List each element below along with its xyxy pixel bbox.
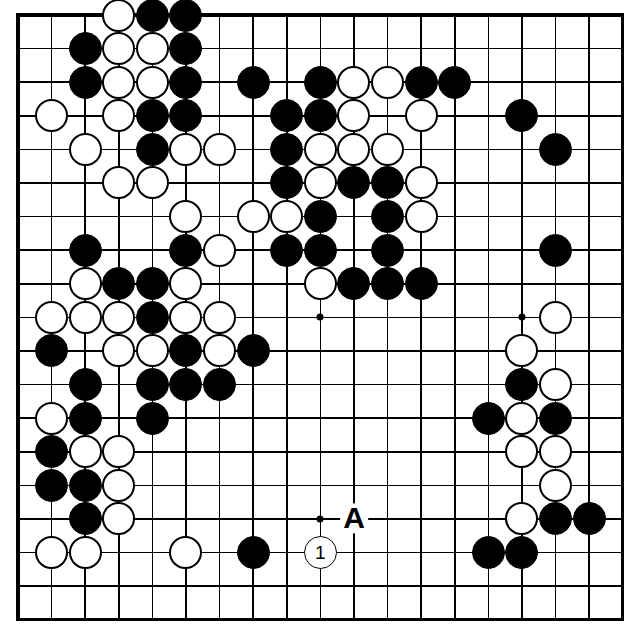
empty-intersection[interactable] bbox=[438, 469, 472, 503]
empty-intersection[interactable] bbox=[606, 368, 640, 402]
intersection[interactable] bbox=[270, 200, 304, 234]
empty-intersection[interactable] bbox=[136, 603, 170, 637]
empty-intersection[interactable] bbox=[1, 133, 35, 167]
white-stone[interactable] bbox=[169, 536, 202, 569]
black-stone[interactable] bbox=[505, 368, 538, 401]
empty-intersection[interactable] bbox=[606, 233, 640, 267]
empty-intersection[interactable] bbox=[572, 334, 606, 368]
empty-intersection[interactable] bbox=[371, 32, 405, 66]
intersection[interactable] bbox=[505, 435, 539, 469]
empty-intersection[interactable] bbox=[404, 603, 438, 637]
empty-intersection[interactable] bbox=[438, 0, 472, 32]
intersection[interactable] bbox=[203, 301, 237, 335]
white-stone[interactable] bbox=[35, 402, 68, 435]
black-stone[interactable] bbox=[136, 267, 169, 300]
white-stone[interactable] bbox=[102, 0, 135, 32]
intersection[interactable] bbox=[102, 469, 136, 503]
empty-intersection[interactable] bbox=[572, 233, 606, 267]
black-stone[interactable] bbox=[539, 402, 572, 435]
empty-intersection[interactable] bbox=[572, 435, 606, 469]
empty-intersection[interactable] bbox=[1, 502, 35, 536]
empty-intersection[interactable] bbox=[472, 469, 506, 503]
empty-intersection[interactable] bbox=[270, 401, 304, 435]
intersection[interactable] bbox=[136, 65, 170, 99]
black-stone[interactable] bbox=[237, 66, 270, 99]
empty-intersection[interactable] bbox=[505, 32, 539, 66]
intersection[interactable] bbox=[136, 133, 170, 167]
intersection[interactable] bbox=[169, 133, 203, 167]
empty-intersection[interactable] bbox=[472, 435, 506, 469]
white-stone[interactable] bbox=[337, 66, 370, 99]
white-stone[interactable] bbox=[102, 99, 135, 132]
empty-intersection[interactable] bbox=[404, 32, 438, 66]
black-stone[interactable] bbox=[304, 99, 337, 132]
empty-intersection[interactable] bbox=[1, 536, 35, 570]
empty-intersection[interactable] bbox=[505, 166, 539, 200]
empty-intersection[interactable] bbox=[472, 133, 506, 167]
intersection[interactable] bbox=[304, 166, 338, 200]
white-stone[interactable] bbox=[304, 267, 337, 300]
empty-intersection[interactable] bbox=[371, 99, 405, 133]
empty-intersection[interactable] bbox=[68, 200, 102, 234]
empty-intersection[interactable] bbox=[270, 368, 304, 402]
intersection[interactable] bbox=[304, 200, 338, 234]
empty-intersection[interactable] bbox=[35, 267, 69, 301]
empty-intersection[interactable] bbox=[438, 603, 472, 637]
empty-intersection[interactable] bbox=[371, 301, 405, 335]
empty-intersection[interactable] bbox=[236, 502, 270, 536]
empty-intersection[interactable] bbox=[572, 267, 606, 301]
intersection[interactable] bbox=[68, 536, 102, 570]
empty-intersection[interactable] bbox=[438, 569, 472, 603]
empty-intersection[interactable] bbox=[438, 200, 472, 234]
empty-intersection[interactable] bbox=[572, 569, 606, 603]
empty-intersection[interactable] bbox=[236, 32, 270, 66]
intersection[interactable] bbox=[236, 536, 270, 570]
black-stone[interactable] bbox=[270, 133, 303, 166]
empty-intersection[interactable] bbox=[270, 469, 304, 503]
empty-intersection[interactable] bbox=[572, 99, 606, 133]
empty-intersection[interactable] bbox=[236, 99, 270, 133]
intersection[interactable] bbox=[404, 200, 438, 234]
black-stone[interactable] bbox=[270, 234, 303, 267]
white-stone[interactable] bbox=[69, 301, 102, 334]
empty-intersection[interactable] bbox=[606, 133, 640, 167]
empty-intersection[interactable] bbox=[404, 469, 438, 503]
empty-intersection[interactable] bbox=[438, 435, 472, 469]
intersection[interactable] bbox=[68, 368, 102, 402]
empty-intersection[interactable] bbox=[169, 569, 203, 603]
empty-intersection[interactable] bbox=[203, 435, 237, 469]
empty-intersection[interactable] bbox=[505, 0, 539, 32]
empty-intersection[interactable] bbox=[572, 133, 606, 167]
empty-intersection[interactable] bbox=[404, 401, 438, 435]
empty-intersection[interactable] bbox=[337, 469, 371, 503]
empty-intersection[interactable] bbox=[572, 65, 606, 99]
empty-intersection[interactable] bbox=[606, 603, 640, 637]
intersection[interactable] bbox=[169, 99, 203, 133]
intersection[interactable] bbox=[136, 0, 170, 32]
intersection[interactable] bbox=[337, 267, 371, 301]
empty-intersection[interactable] bbox=[606, 65, 640, 99]
intersection[interactable] bbox=[270, 233, 304, 267]
empty-intersection[interactable] bbox=[270, 267, 304, 301]
empty-intersection[interactable] bbox=[472, 65, 506, 99]
black-stone[interactable] bbox=[69, 66, 102, 99]
empty-intersection[interactable] bbox=[136, 200, 170, 234]
intersection[interactable] bbox=[371, 65, 405, 99]
black-stone[interactable] bbox=[169, 0, 202, 32]
black-stone[interactable] bbox=[304, 200, 337, 233]
empty-intersection[interactable] bbox=[472, 569, 506, 603]
empty-intersection[interactable] bbox=[304, 603, 338, 637]
intersection[interactable] bbox=[404, 166, 438, 200]
white-stone[interactable] bbox=[35, 99, 68, 132]
intersection[interactable] bbox=[505, 334, 539, 368]
empty-intersection[interactable] bbox=[1, 233, 35, 267]
empty-intersection[interactable] bbox=[270, 502, 304, 536]
intersection[interactable] bbox=[169, 301, 203, 335]
empty-intersection[interactable] bbox=[438, 267, 472, 301]
intersection[interactable] bbox=[169, 334, 203, 368]
empty-intersection[interactable] bbox=[236, 435, 270, 469]
empty-intersection[interactable] bbox=[102, 233, 136, 267]
black-stone[interactable] bbox=[270, 166, 303, 199]
empty-intersection[interactable] bbox=[203, 569, 237, 603]
empty-intersection[interactable] bbox=[472, 0, 506, 32]
intersection[interactable] bbox=[539, 502, 573, 536]
empty-intersection[interactable] bbox=[572, 200, 606, 234]
empty-intersection[interactable] bbox=[606, 401, 640, 435]
intersection[interactable] bbox=[35, 469, 69, 503]
white-stone[interactable] bbox=[169, 200, 202, 233]
intersection[interactable] bbox=[102, 435, 136, 469]
empty-intersection[interactable] bbox=[438, 133, 472, 167]
black-stone[interactable] bbox=[203, 368, 236, 401]
empty-intersection[interactable] bbox=[505, 603, 539, 637]
intersection[interactable] bbox=[203, 368, 237, 402]
white-stone[interactable] bbox=[102, 166, 135, 199]
intersection[interactable] bbox=[472, 401, 506, 435]
empty-intersection[interactable] bbox=[539, 267, 573, 301]
empty-intersection[interactable] bbox=[236, 569, 270, 603]
empty-intersection[interactable] bbox=[337, 401, 371, 435]
black-stone[interactable] bbox=[438, 66, 471, 99]
empty-intersection[interactable] bbox=[505, 569, 539, 603]
white-stone[interactable] bbox=[405, 99, 438, 132]
empty-intersection[interactable] bbox=[35, 0, 69, 32]
white-stone[interactable] bbox=[69, 435, 102, 468]
black-stone[interactable] bbox=[102, 267, 135, 300]
empty-intersection[interactable] bbox=[1, 0, 35, 32]
intersection[interactable] bbox=[203, 233, 237, 267]
black-stone[interactable] bbox=[337, 166, 370, 199]
empty-intersection[interactable] bbox=[304, 569, 338, 603]
white-stone[interactable] bbox=[203, 234, 236, 267]
black-stone[interactable] bbox=[169, 66, 202, 99]
intersection[interactable] bbox=[304, 233, 338, 267]
empty-intersection[interactable] bbox=[472, 233, 506, 267]
empty-intersection[interactable] bbox=[438, 334, 472, 368]
empty-intersection[interactable] bbox=[270, 603, 304, 637]
white-stone[interactable] bbox=[169, 133, 202, 166]
empty-intersection[interactable] bbox=[1, 334, 35, 368]
empty-intersection[interactable] bbox=[203, 0, 237, 32]
intersection[interactable] bbox=[270, 133, 304, 167]
empty-intersection[interactable] bbox=[270, 0, 304, 32]
empty-intersection[interactable] bbox=[404, 334, 438, 368]
black-stone[interactable] bbox=[169, 99, 202, 132]
white-stone[interactable] bbox=[102, 334, 135, 367]
intersection[interactable] bbox=[35, 99, 69, 133]
empty-intersection[interactable] bbox=[472, 368, 506, 402]
intersection[interactable] bbox=[505, 536, 539, 570]
intersection[interactable] bbox=[68, 65, 102, 99]
intersection[interactable] bbox=[68, 502, 102, 536]
intersection[interactable] bbox=[169, 0, 203, 32]
empty-intersection[interactable] bbox=[539, 65, 573, 99]
white-stone[interactable] bbox=[304, 133, 337, 166]
black-stone[interactable] bbox=[371, 267, 404, 300]
empty-intersection[interactable] bbox=[304, 0, 338, 32]
intersection[interactable] bbox=[371, 166, 405, 200]
empty-intersection[interactable] bbox=[606, 0, 640, 32]
intersection[interactable] bbox=[371, 133, 405, 167]
empty-intersection[interactable] bbox=[68, 334, 102, 368]
intersection[interactable] bbox=[35, 435, 69, 469]
black-stone[interactable] bbox=[539, 133, 572, 166]
empty-intersection[interactable] bbox=[505, 233, 539, 267]
black-stone[interactable] bbox=[169, 368, 202, 401]
intersection[interactable] bbox=[472, 536, 506, 570]
black-stone[interactable] bbox=[371, 200, 404, 233]
empty-intersection[interactable] bbox=[404, 569, 438, 603]
empty-intersection[interactable] bbox=[337, 536, 371, 570]
empty-intersection[interactable] bbox=[606, 569, 640, 603]
empty-intersection[interactable] bbox=[337, 569, 371, 603]
empty-intersection[interactable] bbox=[337, 368, 371, 402]
white-stone[interactable] bbox=[136, 334, 169, 367]
empty-intersection[interactable] bbox=[539, 0, 573, 32]
empty-intersection[interactable] bbox=[68, 0, 102, 32]
black-stone[interactable] bbox=[136, 133, 169, 166]
empty-intersection[interactable] bbox=[1, 401, 35, 435]
empty-intersection[interactable] bbox=[270, 435, 304, 469]
white-stone[interactable] bbox=[371, 66, 404, 99]
intersection[interactable] bbox=[505, 99, 539, 133]
empty-intersection[interactable] bbox=[606, 435, 640, 469]
empty-intersection[interactable] bbox=[203, 536, 237, 570]
intersection[interactable] bbox=[438, 65, 472, 99]
intersection[interactable] bbox=[304, 133, 338, 167]
intersection[interactable] bbox=[169, 32, 203, 66]
white-stone[interactable] bbox=[539, 469, 572, 502]
intersection[interactable] bbox=[236, 334, 270, 368]
intersection[interactable] bbox=[236, 200, 270, 234]
white-stone[interactable] bbox=[337, 133, 370, 166]
black-stone[interactable] bbox=[237, 334, 270, 367]
black-stone[interactable] bbox=[304, 234, 337, 267]
empty-intersection[interactable] bbox=[606, 502, 640, 536]
white-stone[interactable] bbox=[505, 334, 538, 367]
empty-intersection[interactable] bbox=[169, 166, 203, 200]
empty-intersection[interactable] bbox=[1, 267, 35, 301]
white-stone[interactable] bbox=[102, 435, 135, 468]
intersection[interactable] bbox=[169, 233, 203, 267]
black-stone[interactable] bbox=[304, 66, 337, 99]
empty-intersection[interactable] bbox=[337, 435, 371, 469]
white-stone[interactable] bbox=[169, 301, 202, 334]
empty-intersection[interactable] bbox=[572, 603, 606, 637]
empty-intersection[interactable] bbox=[404, 536, 438, 570]
black-stone[interactable] bbox=[371, 234, 404, 267]
intersection[interactable] bbox=[136, 166, 170, 200]
empty-intersection[interactable] bbox=[68, 166, 102, 200]
intersection[interactable] bbox=[136, 99, 170, 133]
black-stone[interactable] bbox=[270, 99, 303, 132]
empty-intersection[interactable] bbox=[169, 469, 203, 503]
intersection[interactable] bbox=[35, 334, 69, 368]
empty-intersection[interactable] bbox=[539, 166, 573, 200]
empty-intersection[interactable] bbox=[438, 32, 472, 66]
intersection[interactable] bbox=[102, 0, 136, 32]
empty-intersection[interactable] bbox=[539, 99, 573, 133]
empty-intersection[interactable] bbox=[1, 603, 35, 637]
white-stone[interactable] bbox=[237, 200, 270, 233]
empty-intersection[interactable] bbox=[472, 301, 506, 335]
empty-intersection[interactable] bbox=[102, 536, 136, 570]
empty-intersection[interactable] bbox=[1, 569, 35, 603]
empty-intersection[interactable] bbox=[472, 267, 506, 301]
white-stone[interactable] bbox=[102, 66, 135, 99]
empty-intersection[interactable] bbox=[1, 32, 35, 66]
black-stone[interactable] bbox=[69, 32, 102, 65]
empty-intersection[interactable] bbox=[472, 334, 506, 368]
black-stone[interactable] bbox=[169, 334, 202, 367]
black-stone[interactable] bbox=[35, 334, 68, 367]
intersection[interactable] bbox=[404, 99, 438, 133]
white-stone[interactable] bbox=[505, 435, 538, 468]
empty-intersection[interactable] bbox=[606, 166, 640, 200]
empty-intersection[interactable] bbox=[505, 301, 539, 335]
empty-intersection[interactable] bbox=[404, 368, 438, 402]
empty-intersection[interactable] bbox=[304, 368, 338, 402]
empty-intersection[interactable] bbox=[337, 502, 371, 536]
empty-intersection[interactable] bbox=[35, 502, 69, 536]
white-stone[interactable] bbox=[270, 200, 303, 233]
empty-intersection[interactable] bbox=[438, 233, 472, 267]
empty-intersection[interactable] bbox=[236, 0, 270, 32]
empty-intersection[interactable] bbox=[136, 435, 170, 469]
empty-intersection[interactable] bbox=[539, 32, 573, 66]
intersection[interactable] bbox=[169, 65, 203, 99]
intersection[interactable] bbox=[68, 301, 102, 335]
empty-intersection[interactable] bbox=[572, 32, 606, 66]
empty-intersection[interactable] bbox=[68, 99, 102, 133]
empty-intersection[interactable] bbox=[371, 401, 405, 435]
intersection[interactable] bbox=[337, 166, 371, 200]
intersection[interactable] bbox=[337, 133, 371, 167]
empty-intersection[interactable] bbox=[438, 401, 472, 435]
black-stone[interactable] bbox=[573, 502, 606, 535]
empty-intersection[interactable] bbox=[438, 99, 472, 133]
white-stone[interactable] bbox=[35, 301, 68, 334]
empty-intersection[interactable] bbox=[35, 200, 69, 234]
empty-intersection[interactable] bbox=[169, 603, 203, 637]
empty-intersection[interactable] bbox=[572, 368, 606, 402]
empty-intersection[interactable] bbox=[572, 401, 606, 435]
empty-intersection[interactable] bbox=[35, 603, 69, 637]
white-stone[interactable] bbox=[102, 32, 135, 65]
intersection[interactable] bbox=[136, 301, 170, 335]
empty-intersection[interactable] bbox=[304, 301, 338, 335]
empty-intersection[interactable] bbox=[539, 334, 573, 368]
empty-intersection[interactable] bbox=[1, 166, 35, 200]
empty-intersection[interactable] bbox=[472, 32, 506, 66]
white-stone[interactable] bbox=[102, 301, 135, 334]
intersection[interactable] bbox=[102, 65, 136, 99]
intersection[interactable] bbox=[203, 334, 237, 368]
empty-intersection[interactable] bbox=[203, 267, 237, 301]
empty-intersection[interactable] bbox=[337, 334, 371, 368]
empty-intersection[interactable] bbox=[505, 267, 539, 301]
empty-intersection[interactable] bbox=[539, 200, 573, 234]
intersection[interactable] bbox=[404, 267, 438, 301]
empty-intersection[interactable] bbox=[371, 502, 405, 536]
empty-intersection[interactable] bbox=[1, 65, 35, 99]
intersection[interactable] bbox=[304, 65, 338, 99]
black-stone[interactable] bbox=[539, 234, 572, 267]
black-stone[interactable] bbox=[136, 301, 169, 334]
intersection[interactable] bbox=[304, 267, 338, 301]
empty-intersection[interactable] bbox=[572, 536, 606, 570]
empty-intersection[interactable] bbox=[35, 233, 69, 267]
intersection[interactable] bbox=[539, 435, 573, 469]
white-stone[interactable] bbox=[539, 368, 572, 401]
black-stone[interactable] bbox=[69, 402, 102, 435]
empty-intersection[interactable] bbox=[472, 99, 506, 133]
empty-intersection[interactable] bbox=[606, 334, 640, 368]
black-stone[interactable] bbox=[136, 368, 169, 401]
empty-intersection[interactable] bbox=[606, 301, 640, 335]
intersection[interactable] bbox=[337, 65, 371, 99]
white-stone[interactable] bbox=[169, 267, 202, 300]
white-stone[interactable] bbox=[69, 267, 102, 300]
empty-intersection[interactable] bbox=[606, 32, 640, 66]
intersection[interactable] bbox=[539, 133, 573, 167]
intersection[interactable] bbox=[68, 435, 102, 469]
empty-intersection[interactable] bbox=[203, 603, 237, 637]
empty-intersection[interactable] bbox=[472, 502, 506, 536]
intersection[interactable] bbox=[539, 469, 573, 503]
black-stone[interactable] bbox=[169, 32, 202, 65]
empty-intersection[interactable] bbox=[136, 536, 170, 570]
intersection[interactable] bbox=[371, 233, 405, 267]
white-stone[interactable] bbox=[337, 99, 370, 132]
empty-intersection[interactable] bbox=[606, 469, 640, 503]
black-stone[interactable] bbox=[472, 536, 505, 569]
intersection[interactable] bbox=[304, 99, 338, 133]
white-stone[interactable] bbox=[203, 301, 236, 334]
empty-intersection[interactable] bbox=[505, 469, 539, 503]
empty-intersection[interactable] bbox=[438, 368, 472, 402]
black-stone[interactable] bbox=[169, 234, 202, 267]
empty-intersection[interactable] bbox=[539, 603, 573, 637]
black-stone[interactable] bbox=[35, 435, 68, 468]
intersection[interactable] bbox=[68, 469, 102, 503]
empty-intersection[interactable] bbox=[102, 401, 136, 435]
intersection[interactable] bbox=[136, 267, 170, 301]
